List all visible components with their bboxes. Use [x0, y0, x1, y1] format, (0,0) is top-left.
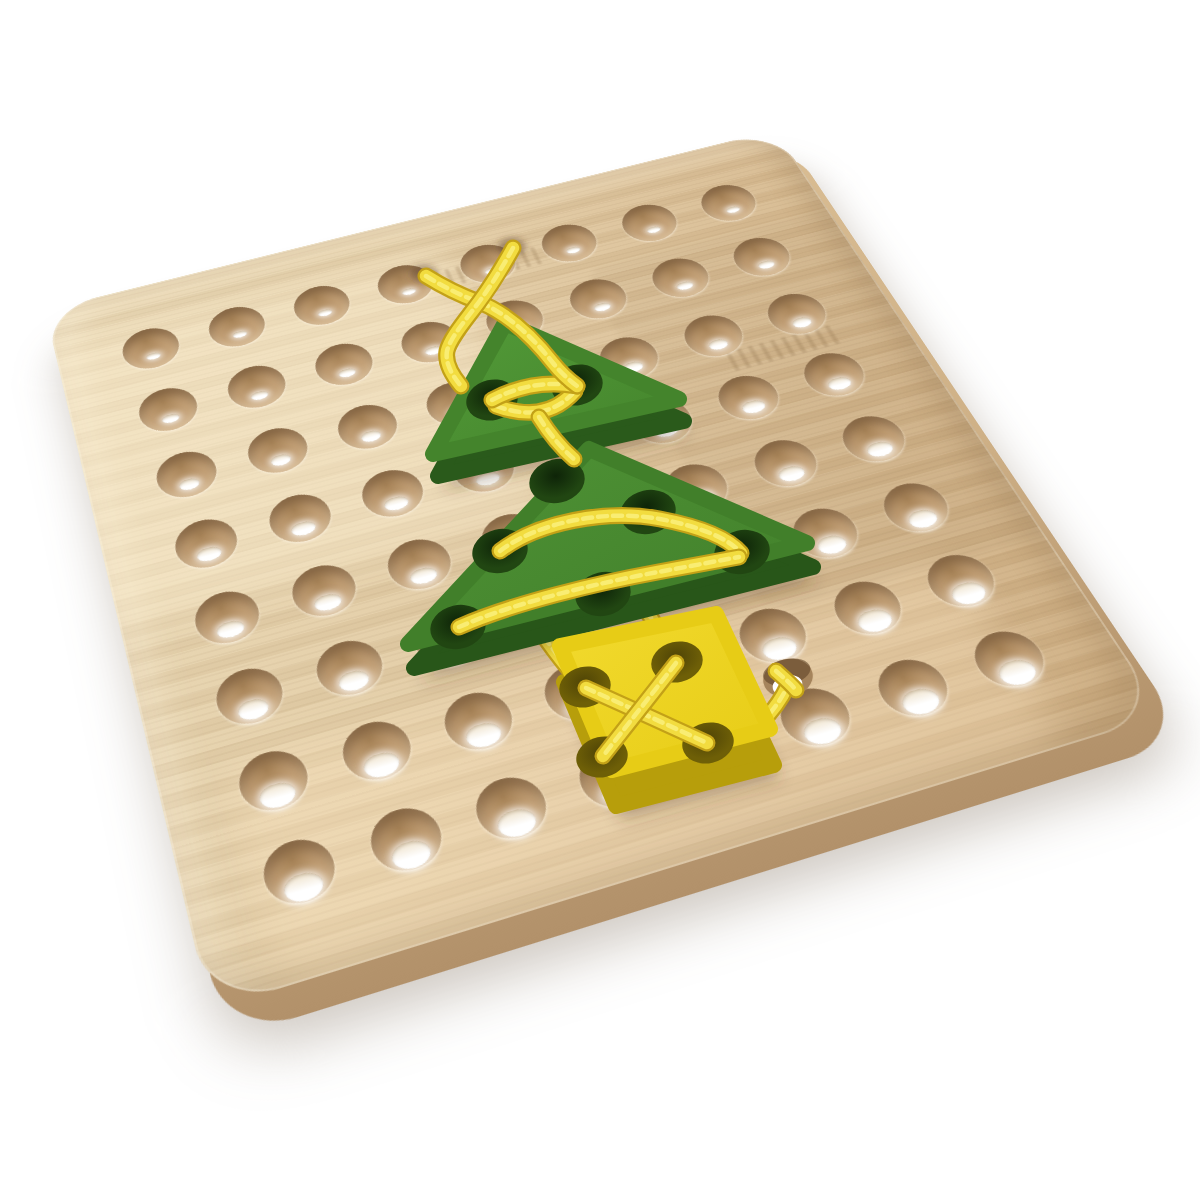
pieces-and-cord-overlay — [0, 0, 1200, 1200]
photo-stage — [0, 0, 1200, 1200]
